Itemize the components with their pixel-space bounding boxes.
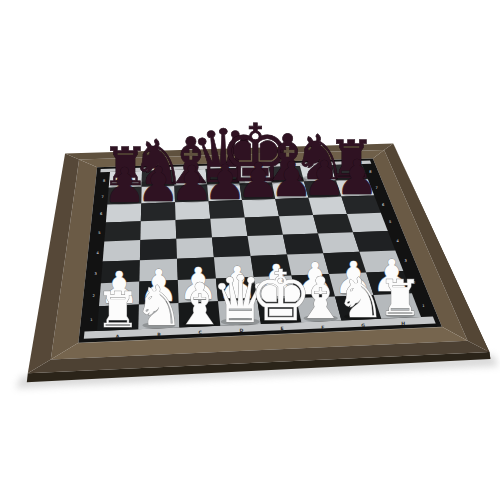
square-f5[interactable] xyxy=(279,215,318,235)
piece-black-pawn-h7[interactable]: ♟ xyxy=(336,149,379,205)
rank-label-left-5: 5 xyxy=(98,231,100,235)
rank-label-left-1: 1 xyxy=(90,318,92,322)
square-c4[interactable] xyxy=(176,237,214,258)
square-a5[interactable] xyxy=(104,221,141,241)
rank-label-right-1: 1 xyxy=(422,304,424,308)
chessboard-scene: ABCDEFGH1122334455667788♜♞♝♛♚♝♞♜♟♟♟♟♟♟♟♟… xyxy=(0,0,500,500)
piece-white-rook-a1[interactable]: ♜ xyxy=(96,282,140,339)
square-e5[interactable] xyxy=(245,216,283,236)
square-c5[interactable] xyxy=(176,219,212,239)
square-d4[interactable] xyxy=(212,236,251,257)
rank-label-right-5: 5 xyxy=(389,220,391,224)
square-f4[interactable] xyxy=(283,234,323,255)
square-e4[interactable] xyxy=(248,235,288,256)
square-g5[interactable] xyxy=(313,214,353,234)
square-a4[interactable] xyxy=(103,240,141,262)
piece-white-rook-h1[interactable]: ♜ xyxy=(378,270,422,327)
square-h4[interactable] xyxy=(353,231,395,252)
square-h5[interactable] xyxy=(347,213,388,233)
square-b4[interactable] xyxy=(140,239,177,261)
chess-set-photo: ABCDEFGH1122334455667788♜♞♝♛♚♝♞♜♟♟♟♟♟♟♟♟… xyxy=(0,0,500,500)
square-d5[interactable] xyxy=(210,218,247,238)
rank-label-left-3: 3 xyxy=(95,272,97,276)
square-g4[interactable] xyxy=(318,232,359,253)
rank-label-left-2: 2 xyxy=(93,294,95,298)
square-b5[interactable] xyxy=(140,220,176,240)
